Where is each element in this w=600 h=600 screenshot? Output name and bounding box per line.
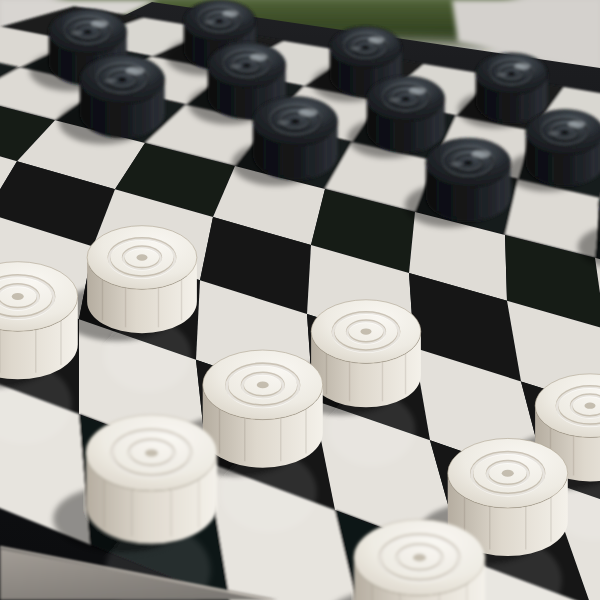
piece-glare <box>230 64 241 68</box>
piece-center-dot <box>413 554 426 562</box>
piece-glare <box>104 79 116 83</box>
piece-center-dot <box>291 119 299 124</box>
piece-glare <box>250 54 267 61</box>
piece-glare <box>568 121 585 128</box>
piece-glare <box>91 20 108 27</box>
piece-glare <box>71 31 82 35</box>
piece-center-dot <box>585 403 596 409</box>
piece-center-dot <box>12 293 24 300</box>
piece-glare <box>514 63 530 69</box>
piece-glare <box>204 20 214 24</box>
piece-center-dot <box>216 19 223 23</box>
piece-glare <box>126 67 145 74</box>
piece-center-dot <box>243 63 251 68</box>
piece-center-dot <box>402 96 410 101</box>
piece-center-dot <box>84 29 92 34</box>
piece-glare <box>472 151 491 158</box>
piece-glare <box>389 98 400 102</box>
piece-center-dot <box>257 381 269 388</box>
piece-glare <box>450 162 462 166</box>
piece-glare <box>409 87 426 94</box>
piece-glare <box>496 73 506 77</box>
piece-center-dot <box>561 130 569 135</box>
piece-center-dot <box>137 254 148 260</box>
piece-glare <box>222 11 238 17</box>
piece-glare <box>299 109 318 116</box>
piece-center-dot <box>508 72 515 76</box>
piece-center-dot <box>118 77 126 82</box>
piece-glare <box>548 131 559 135</box>
piece-glare <box>368 37 384 43</box>
piece-center-dot <box>502 470 514 477</box>
piece-glare <box>350 46 360 50</box>
piece-center-dot <box>361 328 372 334</box>
checker-white-r6c1[interactable] <box>0 262 78 444</box>
scene-canvas <box>0 0 600 600</box>
checkers-board-photo <box>0 0 600 600</box>
piece-center-dot <box>362 45 369 49</box>
piece-glare <box>277 120 289 124</box>
piece-center-dot <box>464 160 472 165</box>
piece-center-dot <box>145 449 158 457</box>
